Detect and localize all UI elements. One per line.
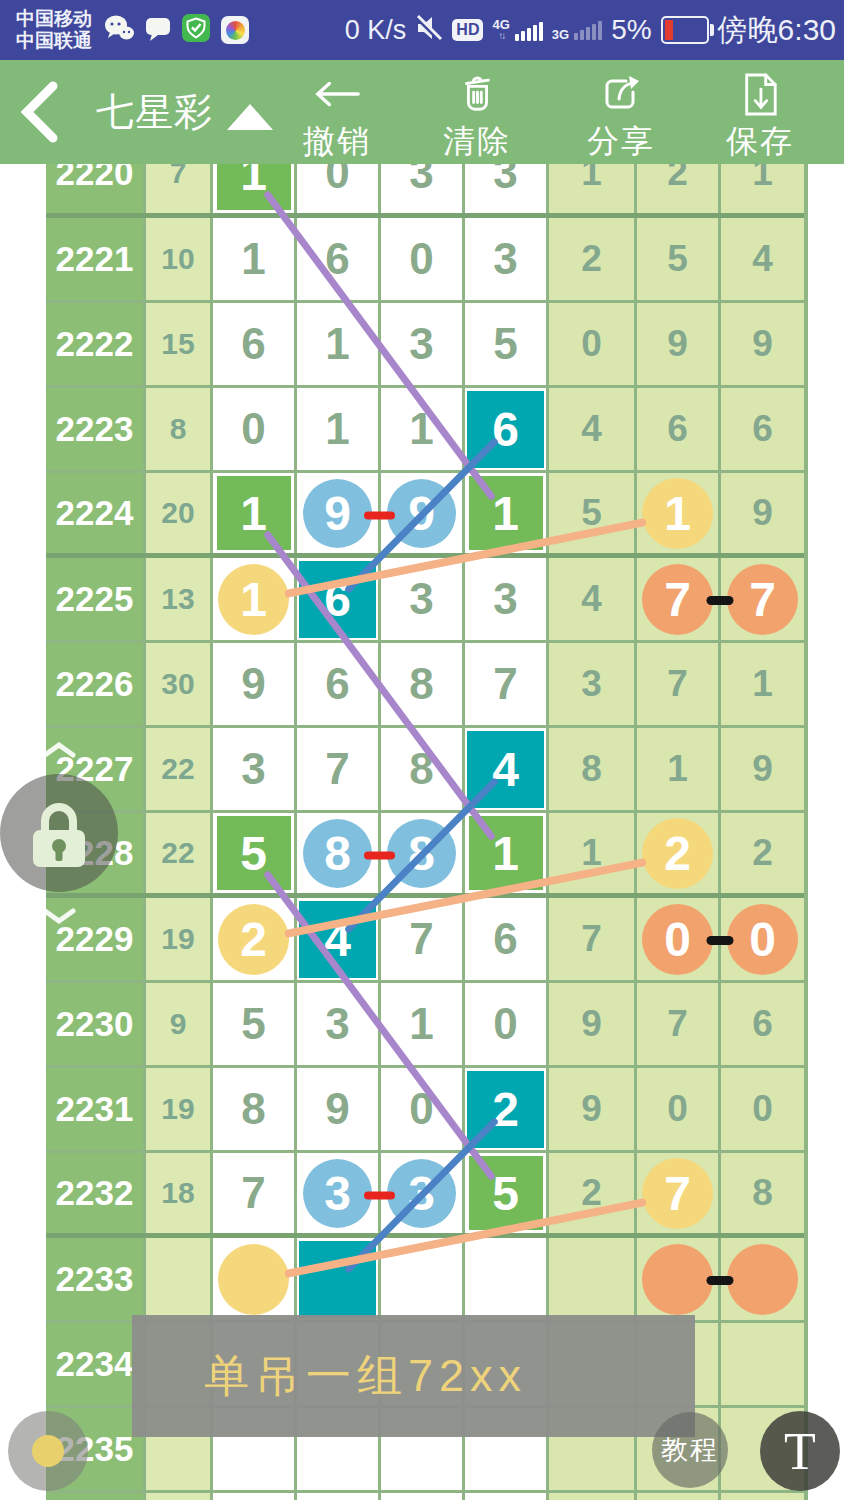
- mark-ts: 4: [467, 731, 544, 808]
- digit-cell[interactable]: 6: [465, 388, 546, 470]
- extra-digit-cell[interactable]: 4: [549, 388, 634, 470]
- photos-app-icon: [221, 16, 249, 44]
- title-selector[interactable]: 七星彩: [96, 60, 273, 164]
- page-indicator-dot: [32, 1435, 64, 1467]
- sum-cell: 15: [146, 303, 210, 385]
- digit-cell[interactable]: 3: [465, 558, 546, 640]
- digit-cell[interactable]: [297, 1493, 378, 1500]
- extra-digit-cell[interactable]: 9: [637, 303, 718, 385]
- extra-digit-cell[interactable]: 5: [549, 473, 634, 553]
- message-bubble-icon: [145, 15, 171, 45]
- digit-cell[interactable]: 5: [213, 983, 294, 1065]
- trend-row-2231: 2231198902900: [46, 1068, 804, 1150]
- signal-4g: 4G↑↓: [492, 19, 542, 41]
- trend-row-2233: 2233: [46, 1238, 804, 1320]
- prediction-message-box: 单吊一组72xx: [132, 1315, 695, 1437]
- battery-icon: [661, 16, 709, 44]
- status-bar: 中国移动 中国联通 0 K/s HD 4G↑↓: [0, 0, 844, 60]
- trend-row-2224: 2224201991519: [46, 473, 804, 553]
- mark-yc: 2: [218, 904, 289, 975]
- extra-digit-cell[interactable]: 7: [637, 643, 718, 725]
- signal-bars-icon: [515, 22, 543, 41]
- network-speed: 0 K/s: [345, 15, 407, 46]
- issue-cell: 2222: [46, 303, 143, 385]
- digit-cell[interactable]: [213, 1238, 294, 1320]
- mark-ts: 4: [299, 901, 376, 978]
- issue-cell: 2233: [46, 1238, 143, 1320]
- digit-cell[interactable]: 9: [213, 643, 294, 725]
- digit-cell[interactable]: 2: [465, 1068, 546, 1150]
- page-title: 七星彩: [96, 87, 213, 138]
- mark-gs: 5: [469, 1156, 543, 1230]
- extra-digit-cell[interactable]: 2: [549, 1153, 634, 1233]
- extra-digit-cell[interactable]: [549, 1493, 634, 1500]
- sum-cell: 20: [146, 473, 210, 553]
- digit-cell[interactable]: [465, 1493, 546, 1500]
- digit-cell[interactable]: 0: [465, 983, 546, 1065]
- text-tool-button[interactable]: T: [760, 1411, 840, 1491]
- sum-cell: 10: [146, 218, 210, 300]
- digit-cell[interactable]: 8: [297, 813, 378, 893]
- digit-cell[interactable]: 1: [465, 813, 546, 893]
- scroll-down-chevron-icon[interactable]: [42, 908, 76, 928]
- trend-row-2232: 2232187335278: [46, 1153, 804, 1233]
- extra-digit-cell[interactable]: 9: [721, 728, 804, 810]
- digit-cell[interactable]: 8: [381, 728, 462, 810]
- digit-cell[interactable]: 5: [465, 1153, 546, 1233]
- digit-cell[interactable]: [297, 1238, 378, 1320]
- mark-bc: 8: [387, 819, 456, 888]
- share-icon: [599, 70, 643, 118]
- mark-oc: 0: [727, 904, 798, 975]
- sum-cell: 22: [146, 728, 210, 810]
- issue-cell: 2225: [46, 558, 143, 640]
- wechat-icon: [104, 14, 134, 46]
- issue-cell: 2226: [46, 643, 143, 725]
- sum-cell: [146, 1238, 210, 1320]
- trend-row-2230: 223095310976: [46, 983, 804, 1065]
- toolbar: 七星彩 撤销 清除 分享 保存: [0, 60, 844, 164]
- carrier-line-2: 中国联通: [16, 30, 92, 52]
- trend-row-2221: 2221101603254: [46, 218, 804, 300]
- mark-ts: 2: [467, 1071, 544, 1148]
- mark-gs: 1: [469, 476, 543, 550]
- digit-cell[interactable]: 3: [297, 1153, 378, 1233]
- digit-cell[interactable]: 7: [213, 1153, 294, 1233]
- extra-digit-cell[interactable]: 6: [721, 388, 804, 470]
- digit-cell[interactable]: 3: [381, 558, 462, 640]
- digit-cell[interactable]: 3: [381, 1153, 462, 1233]
- digit-cell[interactable]: 7: [297, 728, 378, 810]
- extra-digit-cell[interactable]: 7: [637, 1153, 718, 1233]
- undo-arrow-icon: [312, 70, 362, 118]
- extra-digit-cell[interactable]: 1: [637, 728, 718, 810]
- issue-cell: 2234: [46, 1323, 143, 1405]
- extra-digit-cell[interactable]: 9: [721, 303, 804, 385]
- hd-badge: HD: [452, 19, 483, 41]
- sum-cell: 19: [146, 898, 210, 980]
- trash-icon: [456, 70, 498, 118]
- extra-digit-cell[interactable]: 8: [721, 1153, 804, 1233]
- mark-gs: 5: [217, 816, 291, 890]
- extra-digit-cell[interactable]: 3: [549, 643, 634, 725]
- signal-bars-dim-icon: [574, 21, 602, 40]
- digit-cell[interactable]: 3: [381, 303, 462, 385]
- digit-cell[interactable]: 9: [297, 1068, 378, 1150]
- prediction-text: 单吊一组72xx: [204, 1346, 527, 1406]
- trend-row-2223: 222380116466: [46, 388, 804, 470]
- digit-cell[interactable]: 1: [213, 218, 294, 300]
- battery-percent: 5%: [611, 14, 651, 46]
- digit-cell[interactable]: 9: [381, 473, 462, 553]
- digit-cell[interactable]: 3: [213, 728, 294, 810]
- digit-cell[interactable]: 5: [465, 303, 546, 385]
- extra-digit-cell[interactable]: 9: [549, 1068, 634, 1150]
- mark-ts: [299, 1241, 376, 1318]
- sum-cell: [146, 1493, 210, 1500]
- back-button[interactable]: [20, 81, 58, 147]
- lock-scroll-button[interactable]: [0, 774, 118, 892]
- page-indicator[interactable]: [8, 1411, 88, 1491]
- sum-cell: 22: [146, 813, 210, 893]
- extra-digit-cell[interactable]: [637, 1238, 718, 1320]
- extra-digit-cell[interactable]: [637, 1493, 718, 1500]
- mark-oc: 7: [727, 564, 798, 635]
- mark-yc: 1: [642, 478, 713, 549]
- clear-button[interactable]: 清除: [417, 70, 537, 164]
- extra-digit-cell[interactable]: 7: [549, 898, 634, 980]
- carrier-line-1: 中国移动: [16, 8, 92, 30]
- digit-cell[interactable]: 3: [297, 983, 378, 1065]
- extra-digit-cell[interactable]: [549, 1238, 634, 1320]
- signal-3g: 3G: [552, 21, 602, 40]
- back-chevron-icon: [20, 81, 58, 143]
- extra-digit-cell[interactable]: 1: [637, 473, 718, 553]
- digit-cell[interactable]: [381, 1238, 462, 1320]
- mark-oc: 0: [642, 904, 713, 975]
- digit-cell[interactable]: 6: [297, 643, 378, 725]
- mark-gs: 1: [469, 816, 543, 890]
- digit-cell[interactable]: 2: [213, 898, 294, 980]
- security-check-icon: [182, 14, 210, 46]
- sum-cell: 18: [146, 1153, 210, 1233]
- digit-cell[interactable]: 9: [297, 473, 378, 553]
- extra-digit-cell[interactable]: 4: [721, 218, 804, 300]
- extra-digit-cell[interactable]: 1: [549, 813, 634, 893]
- updown-arrows-icon: ↑↓: [498, 30, 504, 41]
- notification-icons: [104, 14, 249, 46]
- digit-cell[interactable]: 6: [213, 303, 294, 385]
- trend-row-2227: 2227223784819: [46, 728, 804, 810]
- issue-cell: 2221: [46, 218, 143, 300]
- digit-cell[interactable]: 1: [465, 473, 546, 553]
- digit-cell[interactable]: 8: [381, 643, 462, 725]
- extra-digit-cell[interactable]: 0: [721, 1068, 804, 1150]
- digit-cell[interactable]: 4: [465, 728, 546, 810]
- status-indicators: 0 K/s HD 4G↑↓ 3G 5% 傍晚6:30: [345, 10, 836, 51]
- extra-digit-cell[interactable]: 5: [637, 218, 718, 300]
- mark-oc: [642, 1244, 713, 1315]
- sum-cell: 13: [146, 558, 210, 640]
- mark-bc: 9: [387, 479, 456, 548]
- clock-time: 傍晚6:30: [718, 10, 836, 51]
- digit-cell[interactable]: 1: [297, 303, 378, 385]
- save-file-icon: [741, 70, 779, 118]
- digit-cell[interactable]: 8: [381, 813, 462, 893]
- trend-row-2229: 2229192476700: [46, 898, 804, 980]
- extra-digit-cell[interactable]: 2: [549, 218, 634, 300]
- extra-digit-cell[interactable]: 7: [721, 558, 804, 640]
- sum-cell: 19: [146, 1068, 210, 1150]
- digit-cell[interactable]: 3: [465, 218, 546, 300]
- digit-cell[interactable]: 1: [381, 388, 462, 470]
- carrier-names: 中国移动 中国联通: [16, 8, 92, 52]
- share-button[interactable]: 分享: [561, 70, 681, 164]
- extra-digit-cell[interactable]: 8: [549, 728, 634, 810]
- mark-gs: 1: [217, 476, 291, 550]
- issue-cell: 2224: [46, 473, 143, 553]
- digit-cell[interactable]: 1: [213, 473, 294, 553]
- issue-cell: [46, 1493, 143, 1500]
- extra-digit-cell[interactable]: 6: [637, 388, 718, 470]
- extra-digit-cell[interactable]: 2: [637, 813, 718, 893]
- mark-ts: 6: [299, 561, 376, 638]
- digit-cell[interactable]: 1: [297, 388, 378, 470]
- digit-cell[interactable]: [381, 1493, 462, 1500]
- digit-cell[interactable]: 6: [297, 558, 378, 640]
- extra-digit-cell[interactable]: 4: [549, 558, 634, 640]
- trend-row-2225: 2225131633477: [46, 558, 804, 640]
- sum-cell: 9: [146, 983, 210, 1065]
- digit-cell[interactable]: [213, 1493, 294, 1500]
- mark-oc: 7: [642, 564, 713, 635]
- trend-row-2222: 2222156135099: [46, 303, 804, 385]
- extra-digit-cell[interactable]: 2: [721, 813, 804, 893]
- digit-cell[interactable]: 4: [297, 898, 378, 980]
- digit-cell[interactable]: 5: [213, 813, 294, 893]
- undo-button[interactable]: 撤销: [277, 70, 397, 164]
- extra-digit-cell[interactable]: 0: [637, 898, 718, 980]
- digit-cell[interactable]: [465, 1238, 546, 1320]
- digit-cell[interactable]: 8: [213, 1068, 294, 1150]
- sum-cell: 30: [146, 643, 210, 725]
- digit-cell[interactable]: 1: [213, 558, 294, 640]
- issue-cell: 2230: [46, 983, 143, 1065]
- extra-digit-cell[interactable]: 0: [721, 898, 804, 980]
- mark-bc: 3: [303, 1159, 372, 1228]
- mark-yc: [218, 1244, 289, 1315]
- extra-digit-cell[interactable]: 1: [721, 643, 804, 725]
- save-button[interactable]: 保存: [700, 70, 820, 164]
- extra-digit-cell[interactable]: [721, 1493, 804, 1500]
- extra-digit-cell[interactable]: 9: [721, 473, 804, 553]
- digit-cell[interactable]: 0: [381, 218, 462, 300]
- trend-board: 2220710331212221101603254222215613509922…: [46, 133, 808, 1500]
- digit-cell[interactable]: 6: [465, 898, 546, 980]
- trend-row-2228: 2228225881122: [46, 813, 804, 893]
- mark-bc: 3: [387, 1159, 456, 1228]
- extra-digit-cell[interactable]: 7: [637, 558, 718, 640]
- extra-digit-cell[interactable]: 7: [637, 983, 718, 1065]
- mark-bc: 9: [303, 479, 372, 548]
- lock-icon: [30, 796, 88, 870]
- sum-cell: 8: [146, 388, 210, 470]
- issue-cell: 2232: [46, 1153, 143, 1233]
- trend-row-next: [46, 1493, 804, 1500]
- mark-yc: 7: [642, 1158, 713, 1229]
- mark-yc: 1: [218, 564, 289, 635]
- extra-digit-cell[interactable]: 6: [721, 983, 804, 1065]
- digit-cell[interactable]: 0: [213, 388, 294, 470]
- digit-cell[interactable]: 0: [381, 1068, 462, 1150]
- extra-digit-cell[interactable]: [721, 1323, 804, 1405]
- digit-cell[interactable]: 7: [465, 643, 546, 725]
- app-screen: 中国移动 中国联通 0 K/s HD 4G↑↓: [0, 0, 844, 1500]
- digit-cell[interactable]: 7: [381, 898, 462, 980]
- trend-row-2226: 2226309687371: [46, 643, 804, 725]
- mark-ts: 6: [467, 391, 544, 468]
- issue-cell: 2223: [46, 388, 143, 470]
- extra-digit-cell[interactable]: [721, 1238, 804, 1320]
- extra-digit-cell[interactable]: 0: [549, 303, 634, 385]
- scroll-up-chevron-icon[interactable]: [42, 742, 76, 762]
- extra-digit-cell[interactable]: 0: [637, 1068, 718, 1150]
- caret-up-icon: [227, 104, 273, 130]
- mute-icon: [415, 14, 443, 46]
- issue-cell: 2231: [46, 1068, 143, 1150]
- mark-bc: 8: [303, 819, 372, 888]
- digit-cell[interactable]: 6: [297, 218, 378, 300]
- mark-oc: [727, 1244, 798, 1315]
- mark-yc: 2: [642, 818, 713, 889]
- extra-digit-cell[interactable]: 9: [549, 983, 634, 1065]
- tutorial-button[interactable]: 教程: [652, 1412, 728, 1488]
- digit-cell[interactable]: 1: [381, 983, 462, 1065]
